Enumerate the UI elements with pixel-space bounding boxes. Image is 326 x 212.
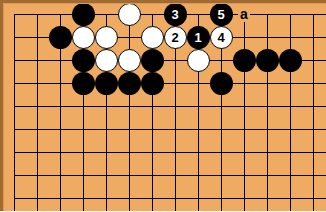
black-stone xyxy=(141,49,164,72)
grid-vline xyxy=(60,187,61,210)
board-point-13-2 xyxy=(302,49,325,72)
black-stone xyxy=(72,72,95,95)
grid-vline xyxy=(37,95,38,118)
white-stone xyxy=(95,26,118,49)
board-point-4-2 xyxy=(95,49,118,72)
board-point-3-0 xyxy=(72,3,95,26)
grid-vline xyxy=(106,141,107,164)
grid-vline xyxy=(198,164,199,187)
board-point-13-1 xyxy=(302,26,325,49)
board-point-2-4 xyxy=(49,95,72,118)
grid-hline xyxy=(14,152,26,153)
board-point-11-5 xyxy=(256,118,279,141)
board-point-9-7 xyxy=(210,164,233,187)
white-stone xyxy=(72,26,95,49)
board-point-1-1 xyxy=(26,26,49,49)
black-stone-numbered: 3 xyxy=(164,3,187,26)
grid-vline xyxy=(60,72,61,95)
move-number: 3 xyxy=(171,8,178,21)
grid-hline xyxy=(14,60,26,61)
grid-vline xyxy=(14,26,15,49)
point-label-text: a xyxy=(238,7,250,22)
board-point-2-7 xyxy=(49,164,72,187)
grid-vline xyxy=(37,26,38,49)
grid-vline xyxy=(152,118,153,141)
board-point-8-0 xyxy=(187,3,210,26)
board-point-4-5 xyxy=(95,118,118,141)
board-point-7-0: 3 xyxy=(164,3,187,26)
board-point-12-2 xyxy=(279,49,302,72)
grid-vline xyxy=(83,210,84,212)
board-point-8-2 xyxy=(187,49,210,72)
black-stone xyxy=(233,49,256,72)
grid-vline xyxy=(106,187,107,210)
board-point-4-0 xyxy=(95,3,118,26)
board-point-10-4 xyxy=(233,95,256,118)
grid-vline xyxy=(175,210,176,212)
grid-vline xyxy=(290,72,291,95)
grid-vline xyxy=(14,187,15,210)
grid-vline xyxy=(60,118,61,141)
board-point-11-3 xyxy=(256,72,279,95)
board-point-13-5 xyxy=(302,118,325,141)
board-point-1-0 xyxy=(26,3,49,26)
board-point-7-9 xyxy=(164,210,187,212)
board-point-5-2 xyxy=(118,49,141,72)
board-point-8-7 xyxy=(187,164,210,187)
grid-vline xyxy=(37,210,38,212)
black-stone xyxy=(256,49,279,72)
board-point-11-4 xyxy=(256,95,279,118)
board-point-10-3 xyxy=(233,72,256,95)
board-point-3-5 xyxy=(72,118,95,141)
board-point-0-8 xyxy=(3,187,26,210)
board-point-12-8 xyxy=(279,187,302,210)
grid-vline xyxy=(313,164,314,187)
black-stone xyxy=(72,3,95,26)
board-point-12-6 xyxy=(279,141,302,164)
black-stone xyxy=(118,72,141,95)
board-point-8-8 xyxy=(187,187,210,210)
board-point-9-5 xyxy=(210,118,233,141)
board-point-12-0 xyxy=(279,3,302,26)
board-point-2-9 xyxy=(49,210,72,212)
grid-hline xyxy=(14,175,26,176)
grid-vline xyxy=(198,14,199,26)
board-point-7-8 xyxy=(164,187,187,210)
grid-vline xyxy=(14,95,15,118)
grid-vline xyxy=(14,210,15,212)
grid-vline xyxy=(221,164,222,187)
white-stone xyxy=(118,3,141,26)
grid-vline xyxy=(129,26,130,49)
board-point-1-9 xyxy=(26,210,49,212)
grid-vline xyxy=(129,118,130,141)
grid-vline xyxy=(244,187,245,210)
board-point-10-6 xyxy=(233,141,256,164)
board-point-3-7 xyxy=(72,164,95,187)
board-point-11-0 xyxy=(256,3,279,26)
board-point-1-8 xyxy=(26,187,49,210)
grid-vline xyxy=(313,49,314,72)
board-point-10-0: a xyxy=(233,3,256,26)
board-point-0-5 xyxy=(3,118,26,141)
grid-vline xyxy=(267,72,268,95)
board-point-9-9 xyxy=(210,210,233,212)
board-point-6-3 xyxy=(141,72,164,95)
board-point-11-2 xyxy=(256,49,279,72)
grid-vline xyxy=(14,14,15,26)
white-stone xyxy=(187,49,210,72)
grid-vline xyxy=(244,210,245,212)
board-point-2-2 xyxy=(49,49,72,72)
board-point-11-8 xyxy=(256,187,279,210)
board-point-1-5 xyxy=(26,118,49,141)
board-point-9-0: 5 xyxy=(210,3,233,26)
grid-vline xyxy=(175,72,176,95)
board-point-12-1 xyxy=(279,26,302,49)
white-stone xyxy=(95,49,118,72)
grid-vline xyxy=(129,210,130,212)
grid-vline xyxy=(221,187,222,210)
board-point-6-4 xyxy=(141,95,164,118)
grid-vline xyxy=(313,26,314,49)
grid-hline xyxy=(14,83,26,84)
board-point-6-7 xyxy=(141,164,164,187)
grid-vline xyxy=(313,95,314,118)
board-point-5-3 xyxy=(118,72,141,95)
grid-vline xyxy=(267,26,268,49)
grid-hline xyxy=(14,198,26,199)
board-point-0-2 xyxy=(3,49,26,72)
grid-vline xyxy=(313,118,314,141)
grid-vline xyxy=(198,72,199,95)
board-point-0-0 xyxy=(3,3,26,26)
board-point-4-6 xyxy=(95,141,118,164)
grid-hline xyxy=(14,106,26,107)
grid-hline xyxy=(14,129,26,130)
grid-vline xyxy=(267,141,268,164)
board-point-3-4 xyxy=(72,95,95,118)
board-point-0-1 xyxy=(3,26,26,49)
grid-vline xyxy=(106,164,107,187)
board-point-4-9 xyxy=(95,210,118,212)
grid-vline xyxy=(198,95,199,118)
grid-vline xyxy=(198,210,199,212)
grid-vline xyxy=(313,141,314,164)
board-point-10-5 xyxy=(233,118,256,141)
grid-vline xyxy=(244,95,245,118)
board-point-7-1: 2 xyxy=(164,26,187,49)
move-number: 1 xyxy=(194,31,201,44)
board-point-4-8 xyxy=(95,187,118,210)
board-point-2-5 xyxy=(49,118,72,141)
board-point-6-5 xyxy=(141,118,164,141)
grid-vline xyxy=(60,14,61,26)
board-point-1-2 xyxy=(26,49,49,72)
board-point-8-1: 1 xyxy=(187,26,210,49)
grid-vline xyxy=(267,118,268,141)
board-point-4-7 xyxy=(95,164,118,187)
board-point-13-9 xyxy=(302,210,325,212)
board-point-7-3 xyxy=(164,72,187,95)
board-point-3-3 xyxy=(72,72,95,95)
grid-vline xyxy=(313,187,314,210)
board-point-13-7 xyxy=(302,164,325,187)
grid-vline xyxy=(106,14,107,26)
board-point-10-9 xyxy=(233,210,256,212)
board-point-8-9 xyxy=(187,210,210,212)
board-point-9-6 xyxy=(210,141,233,164)
board-point-12-7 xyxy=(279,164,302,187)
board-point-11-6 xyxy=(256,141,279,164)
board-point-3-1 xyxy=(72,26,95,49)
board-point-6-1 xyxy=(141,26,164,49)
board-point-1-6 xyxy=(26,141,49,164)
grid-vline xyxy=(198,118,199,141)
board-point-5-0 xyxy=(118,3,141,26)
board-point-8-3 xyxy=(187,72,210,95)
board-point-13-8 xyxy=(302,187,325,210)
white-stone xyxy=(141,26,164,49)
grid-vline xyxy=(152,164,153,187)
grid-vline xyxy=(267,187,268,210)
grid-vline xyxy=(244,72,245,95)
grid-vline xyxy=(60,95,61,118)
grid-vline xyxy=(290,95,291,118)
board-point-2-3 xyxy=(49,72,72,95)
board-point-4-1 xyxy=(95,26,118,49)
grid-vline xyxy=(129,187,130,210)
board-point-6-2 xyxy=(141,49,164,72)
board-point-7-2 xyxy=(164,49,187,72)
board-point-0-6 xyxy=(3,141,26,164)
grid-vline xyxy=(267,210,268,212)
board-point-3-2 xyxy=(72,49,95,72)
board-point-10-7 xyxy=(233,164,256,187)
board-point-1-4 xyxy=(26,95,49,118)
grid-vline xyxy=(267,164,268,187)
grid-vline xyxy=(290,187,291,210)
board-point-1-3 xyxy=(26,72,49,95)
black-stone xyxy=(72,49,95,72)
grid-vline xyxy=(37,49,38,72)
grid-hline xyxy=(14,14,26,15)
move-number: 5 xyxy=(217,8,224,21)
black-stone xyxy=(141,72,164,95)
board-point-8-6 xyxy=(187,141,210,164)
board-point-6-9 xyxy=(141,210,164,212)
board-point-10-8 xyxy=(233,187,256,210)
grid-vline xyxy=(37,14,38,26)
grid-vline xyxy=(175,164,176,187)
grid-vline xyxy=(37,164,38,187)
board-point-9-2 xyxy=(210,49,233,72)
board-point-3-6 xyxy=(72,141,95,164)
board-point-13-3 xyxy=(302,72,325,95)
grid-vline xyxy=(152,210,153,212)
board-point-3-9 xyxy=(72,210,95,212)
grid-vline xyxy=(267,95,268,118)
grid-vline xyxy=(83,118,84,141)
grid-vline xyxy=(152,95,153,118)
move-number: 2 xyxy=(171,31,178,44)
board-point-7-7 xyxy=(164,164,187,187)
grid-vline xyxy=(14,164,15,187)
grid-vline xyxy=(152,14,153,26)
go-grid: 35a214 xyxy=(3,3,326,212)
grid-vline xyxy=(290,164,291,187)
grid-vline xyxy=(267,14,268,26)
board-point-6-0 xyxy=(141,3,164,26)
grid-vline xyxy=(290,210,291,212)
grid-vline xyxy=(175,187,176,210)
board-point-12-3 xyxy=(279,72,302,95)
grid-vline xyxy=(290,26,291,49)
grid-vline xyxy=(14,141,15,164)
white-stone-numbered: 2 xyxy=(164,26,187,49)
board-point-7-4 xyxy=(164,95,187,118)
grid-hline xyxy=(14,37,26,38)
grid-vline xyxy=(14,49,15,72)
point-label: a xyxy=(233,3,256,26)
grid-vline xyxy=(83,187,84,210)
board-point-7-6 xyxy=(164,141,187,164)
board-point-5-1 xyxy=(118,26,141,49)
board-point-4-4 xyxy=(95,95,118,118)
black-stone xyxy=(210,72,233,95)
grid-vline xyxy=(129,141,130,164)
board-point-12-9 xyxy=(279,210,302,212)
board-point-6-6 xyxy=(141,141,164,164)
board-point-4-3 xyxy=(95,72,118,95)
board-point-12-4 xyxy=(279,95,302,118)
grid-vline xyxy=(60,49,61,72)
grid-vline xyxy=(244,141,245,164)
board-point-0-7 xyxy=(3,164,26,187)
grid-vline xyxy=(152,187,153,210)
board-point-11-1 xyxy=(256,26,279,49)
white-stone xyxy=(118,49,141,72)
black-stone xyxy=(49,26,72,49)
board-point-13-0 xyxy=(302,3,325,26)
board-point-5-9 xyxy=(118,210,141,212)
board-point-1-7 xyxy=(26,164,49,187)
black-stone xyxy=(95,72,118,95)
board-point-9-3 xyxy=(210,72,233,95)
grid-vline xyxy=(37,118,38,141)
board-point-8-4 xyxy=(187,95,210,118)
board-point-2-8 xyxy=(49,187,72,210)
grid-vline xyxy=(221,118,222,141)
grid-vline xyxy=(14,118,15,141)
grid-vline xyxy=(313,72,314,95)
board-point-12-5 xyxy=(279,118,302,141)
move-number: 4 xyxy=(217,31,224,44)
grid-vline xyxy=(198,187,199,210)
grid-vline xyxy=(83,95,84,118)
grid-vline xyxy=(244,118,245,141)
board-point-6-8 xyxy=(141,187,164,210)
grid-vline xyxy=(37,141,38,164)
grid-vline xyxy=(129,95,130,118)
grid-vline xyxy=(83,141,84,164)
grid-vline xyxy=(221,95,222,118)
grid-vline xyxy=(175,49,176,72)
grid-vline xyxy=(244,26,245,49)
board-point-5-6 xyxy=(118,141,141,164)
board-point-11-9 xyxy=(256,210,279,212)
board-point-11-7 xyxy=(256,164,279,187)
go-board: 35a214 xyxy=(0,0,326,211)
board-point-2-1 xyxy=(49,26,72,49)
grid-vline xyxy=(175,95,176,118)
black-stone-numbered: 1 xyxy=(187,26,210,49)
grid-vline xyxy=(60,164,61,187)
grid-vline xyxy=(313,210,314,212)
black-stone-numbered: 5 xyxy=(210,3,233,26)
board-point-5-7 xyxy=(118,164,141,187)
grid-vline xyxy=(175,141,176,164)
grid-vline xyxy=(152,141,153,164)
grid-vline xyxy=(313,14,314,26)
grid-vline xyxy=(83,164,84,187)
grid-vline xyxy=(60,210,61,212)
grid-vline xyxy=(14,72,15,95)
board-point-8-5 xyxy=(187,118,210,141)
grid-vline xyxy=(60,141,61,164)
grid-vline xyxy=(106,118,107,141)
grid-vline xyxy=(198,141,199,164)
board-point-5-8 xyxy=(118,187,141,210)
board-point-0-4 xyxy=(3,95,26,118)
grid-vline xyxy=(175,118,176,141)
grid-vline xyxy=(290,118,291,141)
white-stone-numbered: 4 xyxy=(210,26,233,49)
board-point-7-5 xyxy=(164,118,187,141)
board-point-10-2 xyxy=(233,49,256,72)
board-point-9-4 xyxy=(210,95,233,118)
board-point-0-9 xyxy=(3,210,26,212)
board-point-2-6 xyxy=(49,141,72,164)
grid-vline xyxy=(221,141,222,164)
board-point-5-5 xyxy=(118,118,141,141)
grid-vline xyxy=(221,49,222,72)
black-stone xyxy=(279,49,302,72)
grid-vline xyxy=(106,95,107,118)
board-point-3-8 xyxy=(72,187,95,210)
grid-vline xyxy=(37,72,38,95)
grid-vline xyxy=(244,164,245,187)
grid-vline xyxy=(129,164,130,187)
board-point-9-1: 4 xyxy=(210,26,233,49)
grid-vline xyxy=(106,210,107,212)
grid-vline xyxy=(221,210,222,212)
board-point-9-8 xyxy=(210,187,233,210)
grid-vline xyxy=(290,14,291,26)
board-point-5-4 xyxy=(118,95,141,118)
board-point-13-4 xyxy=(302,95,325,118)
grid-vline xyxy=(37,187,38,210)
board-point-0-3 xyxy=(3,72,26,95)
board-point-2-0 xyxy=(49,3,72,26)
grid-vline xyxy=(290,141,291,164)
board-point-13-6 xyxy=(302,141,325,164)
board-point-10-1 xyxy=(233,26,256,49)
